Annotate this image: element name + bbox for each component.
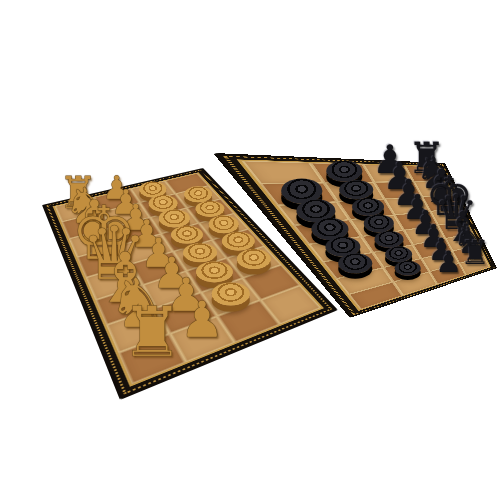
dark-pawn[interactable]: ♟ xyxy=(435,248,461,277)
light-checker[interactable] xyxy=(237,249,271,269)
dark-checker[interactable] xyxy=(340,180,374,199)
light-checker[interactable] xyxy=(208,215,239,233)
dark-checker[interactable] xyxy=(363,215,393,233)
light-pawn[interactable]: ♟ xyxy=(180,295,225,345)
dark-checker[interactable] xyxy=(395,261,422,276)
dark-checker[interactable] xyxy=(327,161,362,182)
light-checker[interactable] xyxy=(222,232,254,251)
dark-rook[interactable]: ♜ xyxy=(461,237,491,270)
light-rook[interactable]: ♜ xyxy=(121,298,183,367)
dark-checker[interactable] xyxy=(338,253,372,272)
product-photo-stage: ♜♟♞♟♝♟♚♟♛♟♝♟♞♟♜♟♟♜♟♞♟♝♟♚♟♛♟♝♟♞♟♜ xyxy=(0,0,500,500)
